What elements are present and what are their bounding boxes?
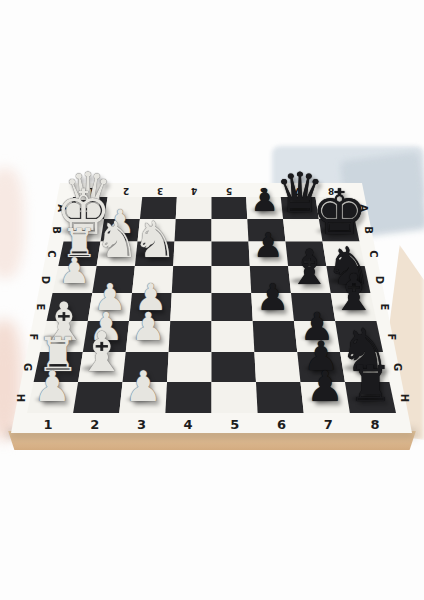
piece-white-P-d1[interactable]: ♟ <box>59 253 91 288</box>
label-rank-5-bottom: 5 <box>230 418 239 431</box>
piece-white-N-c3[interactable]: ♞ <box>132 216 177 266</box>
label-rank-2-bottom: 2 <box>90 418 99 431</box>
piece-white-B-g2[interactable]: ♝ <box>77 325 127 380</box>
piece-black-P-c6[interactable]: ♟ <box>253 229 283 263</box>
label-file-E-right: E <box>379 304 389 311</box>
piece-white-P-f3[interactable]: ♟ <box>131 308 166 347</box>
label-file-G-right: G <box>392 363 402 371</box>
label-file-H-left: H <box>15 393 25 401</box>
piece-black-P-h7[interactable]: ♟ <box>306 366 344 408</box>
label-file-C-left: C <box>46 250 56 257</box>
label-rank-3-top: 3 <box>157 186 163 195</box>
label-rank-7-bottom: 7 <box>324 418 333 431</box>
photo-stage: 1122334455667788AABBCCDDEEFFGGHH♛♚♜♟♝♜♟♟… <box>0 0 424 600</box>
piece-white-P-h3[interactable]: ♟ <box>124 366 162 408</box>
label-rank-4-bottom: 4 <box>184 418 193 431</box>
piece-black-B-e8[interactable]: ♝ <box>331 268 376 319</box>
board-layer: 1122334455667788AABBCCDDEEFFGGHH♛♚♜♟♝♜♟♟… <box>0 0 424 600</box>
piece-black-P-e6[interactable]: ♟ <box>256 280 289 317</box>
label-file-H-right: H <box>399 393 409 401</box>
label-rank-6-bottom: 6 <box>277 418 286 431</box>
label-rank-2-top: 2 <box>123 186 129 195</box>
label-rank-8-bottom: 8 <box>370 418 379 431</box>
label-rank-5-top: 5 <box>225 186 231 195</box>
label-rank-1-bottom: 1 <box>43 418 52 431</box>
label-rank-4-top: 4 <box>191 186 197 195</box>
label-file-D-left: D <box>40 275 50 283</box>
piece-black-R-h8[interactable]: ♜ <box>348 360 392 409</box>
piece-white-P-h1[interactable]: ♟ <box>34 366 72 408</box>
label-file-G-left: G <box>22 363 32 371</box>
label-rank-3-bottom: 3 <box>137 418 146 431</box>
